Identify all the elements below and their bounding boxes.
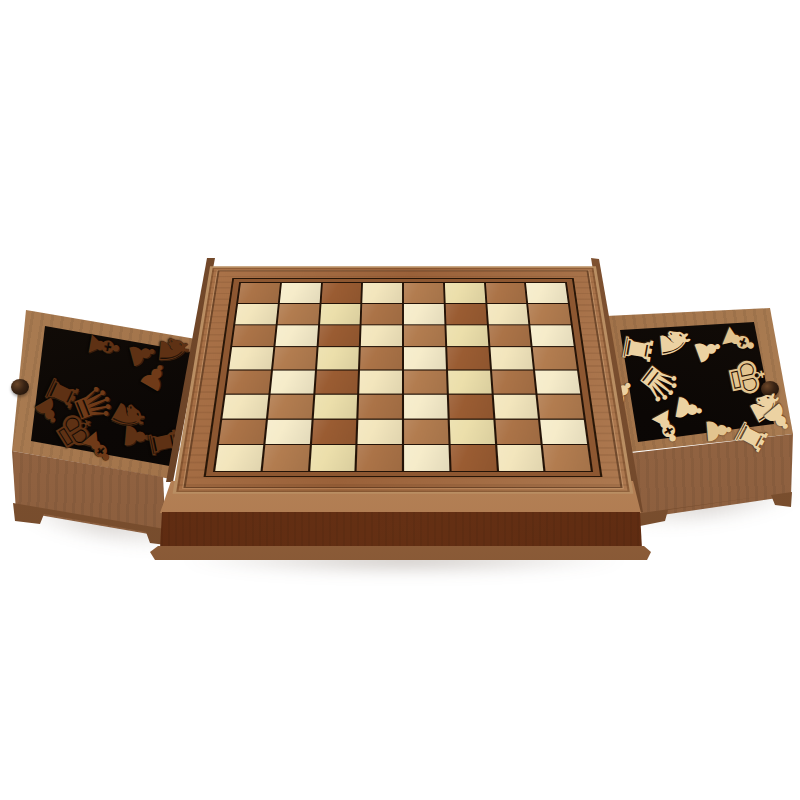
square-r6c6 bbox=[495, 419, 541, 444]
square-r0c6 bbox=[485, 283, 526, 303]
square-r0c3 bbox=[363, 283, 403, 303]
square-r1c3 bbox=[362, 304, 402, 324]
square-r6c2 bbox=[311, 419, 356, 444]
board-inlay bbox=[204, 278, 603, 477]
square-r5c4 bbox=[404, 395, 447, 419]
square-r5c5 bbox=[449, 395, 493, 419]
square-r4c0 bbox=[226, 371, 271, 394]
square-r0c0 bbox=[238, 283, 280, 303]
chess-board bbox=[173, 266, 634, 493]
piece-dark-7: ♚ bbox=[44, 401, 105, 460]
shadow-under-left-drawer bbox=[12, 491, 206, 560]
square-r0c7 bbox=[526, 283, 568, 303]
square-r1c5 bbox=[445, 304, 486, 324]
piece-light-0: ♜ bbox=[615, 329, 658, 369]
square-r5c3 bbox=[359, 395, 402, 419]
square-r7c2 bbox=[310, 445, 356, 471]
piece-dark-6: ♞ bbox=[101, 390, 155, 442]
shadow-under-box bbox=[178, 546, 630, 576]
square-r4c5 bbox=[448, 371, 491, 394]
square-r3c2 bbox=[317, 347, 360, 369]
square-r6c5 bbox=[449, 419, 494, 444]
square-r6c0 bbox=[219, 419, 266, 444]
square-r1c4 bbox=[404, 304, 444, 324]
square-r7c7 bbox=[543, 445, 591, 471]
square-r1c2 bbox=[320, 304, 361, 324]
square-r7c5 bbox=[450, 445, 496, 471]
piece-dark-4: ♜ bbox=[37, 370, 86, 417]
piece-dark-2: ♞ bbox=[152, 330, 195, 369]
piece-light-10: ♟ bbox=[701, 414, 736, 446]
square-r4c3 bbox=[359, 371, 402, 394]
square-r3c4 bbox=[404, 347, 446, 369]
piece-dark-5: ♛ bbox=[64, 377, 122, 432]
square-r2c6 bbox=[488, 325, 530, 346]
shadow-under-right-drawer bbox=[604, 474, 800, 538]
piece-dark-3: ♟ bbox=[134, 355, 176, 398]
square-r4c6 bbox=[492, 371, 536, 394]
square-r1c1 bbox=[277, 304, 319, 324]
square-r0c1 bbox=[280, 283, 321, 303]
piece-light-12: ♟ bbox=[757, 396, 800, 440]
square-r5c7 bbox=[538, 395, 584, 419]
square-r2c0 bbox=[232, 325, 275, 346]
square-r7c3 bbox=[357, 445, 402, 471]
square-r3c1 bbox=[273, 347, 316, 369]
piece-light-9: ♝ bbox=[641, 400, 693, 453]
square-r6c4 bbox=[404, 419, 448, 444]
square-r2c1 bbox=[275, 325, 317, 346]
square-r4c2 bbox=[315, 371, 358, 394]
square-r0c2 bbox=[321, 283, 361, 303]
piece-dark-1: ♟ bbox=[123, 336, 161, 372]
piece-dark-11: ♟ bbox=[28, 391, 68, 432]
square-r6c7 bbox=[540, 419, 587, 444]
piece-dark-9: ♝ bbox=[71, 421, 124, 475]
piece-dark-8: ♟ bbox=[119, 420, 154, 452]
piece-light-11: ♜ bbox=[726, 413, 774, 460]
square-r0c5 bbox=[445, 283, 485, 303]
square-r2c3 bbox=[361, 325, 402, 346]
square-r1c7 bbox=[528, 304, 570, 324]
square-r6c3 bbox=[358, 419, 402, 444]
square-r5c1 bbox=[268, 395, 313, 419]
square-r4c4 bbox=[404, 371, 447, 394]
square-r3c0 bbox=[229, 347, 273, 369]
square-r6c1 bbox=[265, 419, 311, 444]
piece-light-2: ♟ bbox=[688, 331, 728, 369]
right-drawer-knob bbox=[761, 381, 779, 397]
square-r3c7 bbox=[533, 347, 577, 369]
square-r0c4 bbox=[404, 283, 444, 303]
square-r1c6 bbox=[487, 304, 529, 324]
square-r3c6 bbox=[490, 347, 533, 369]
square-r2c2 bbox=[318, 325, 360, 346]
piece-light-8: ♟ bbox=[670, 391, 709, 427]
square-r4c7 bbox=[535, 371, 580, 394]
square-r5c0 bbox=[222, 395, 268, 419]
square-r4c1 bbox=[270, 371, 314, 394]
piece-light-3: ♝ bbox=[712, 316, 764, 365]
square-r2c4 bbox=[404, 325, 445, 346]
square-r1c0 bbox=[235, 304, 277, 324]
piece-light-1: ♞ bbox=[652, 322, 696, 362]
square-r3c5 bbox=[447, 347, 490, 369]
square-r7c4 bbox=[404, 445, 449, 471]
square-r2c7 bbox=[531, 325, 574, 346]
product-photo-scene: ♝♟♞♟♜♛♞♚♟♝♜♟ ♜♞♟♝♛♟♚♞♟♝♟♜♟ bbox=[0, 0, 800, 800]
square-r2c5 bbox=[446, 325, 488, 346]
square-r5c6 bbox=[493, 395, 538, 419]
square-r7c1 bbox=[262, 445, 309, 471]
square-r7c6 bbox=[497, 445, 544, 471]
square-r5c2 bbox=[313, 395, 357, 419]
piece-light-4: ♛ bbox=[628, 353, 690, 414]
piece-dark-0: ♝ bbox=[81, 325, 127, 367]
board-grid bbox=[213, 282, 593, 472]
square-r7c0 bbox=[215, 445, 263, 471]
square-r3c3 bbox=[360, 347, 402, 369]
left-drawer-knob bbox=[11, 379, 29, 395]
